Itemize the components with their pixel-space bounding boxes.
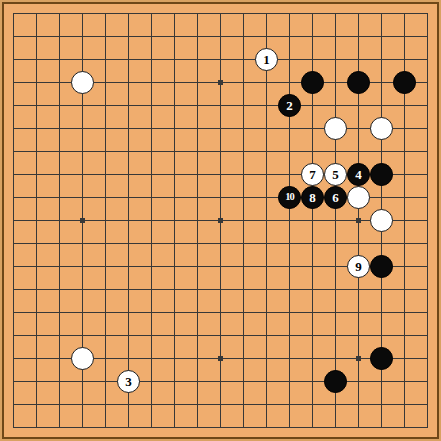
star-point xyxy=(356,218,361,223)
stone-black-R4 xyxy=(370,347,393,370)
star-point xyxy=(80,218,85,223)
star-point xyxy=(218,218,223,223)
star-point xyxy=(356,356,361,361)
stone-black-Q16 xyxy=(347,71,370,94)
star-point xyxy=(218,356,223,361)
stone-black-S16 xyxy=(393,71,416,94)
stone-black-O16 xyxy=(301,71,324,94)
move-5-stone-white-P12: 5 xyxy=(324,163,347,186)
move-7-stone-white-O12: 7 xyxy=(301,163,324,186)
stone-black-P3 xyxy=(324,370,347,393)
stone-white-Q11 xyxy=(347,186,370,209)
move-2-stone-black-N15: 2 xyxy=(278,94,301,117)
stone-white-R10 xyxy=(370,209,393,232)
move-3-stone-white-F3: 3 xyxy=(117,370,140,393)
star-point xyxy=(218,80,223,85)
stone-black-R8 xyxy=(370,255,393,278)
move-8-stone-black-O11: 8 xyxy=(301,186,324,209)
stone-white-P14 xyxy=(324,117,347,140)
move-1-stone-white-M17: 1 xyxy=(255,48,278,71)
move-10-stone-black-N11: 10 xyxy=(278,186,301,209)
move-4-stone-black-Q12: 4 xyxy=(347,163,370,186)
stone-white-R14 xyxy=(370,117,393,140)
go-diagram: 12345678910 xyxy=(0,0,441,441)
stone-white-D16 xyxy=(71,71,94,94)
stone-black-R12 xyxy=(370,163,393,186)
go-board: 12345678910 xyxy=(0,0,441,441)
move-9-stone-white-Q8: 9 xyxy=(347,255,370,278)
move-6-stone-black-P11: 6 xyxy=(324,186,347,209)
stone-white-D4 xyxy=(71,347,94,370)
